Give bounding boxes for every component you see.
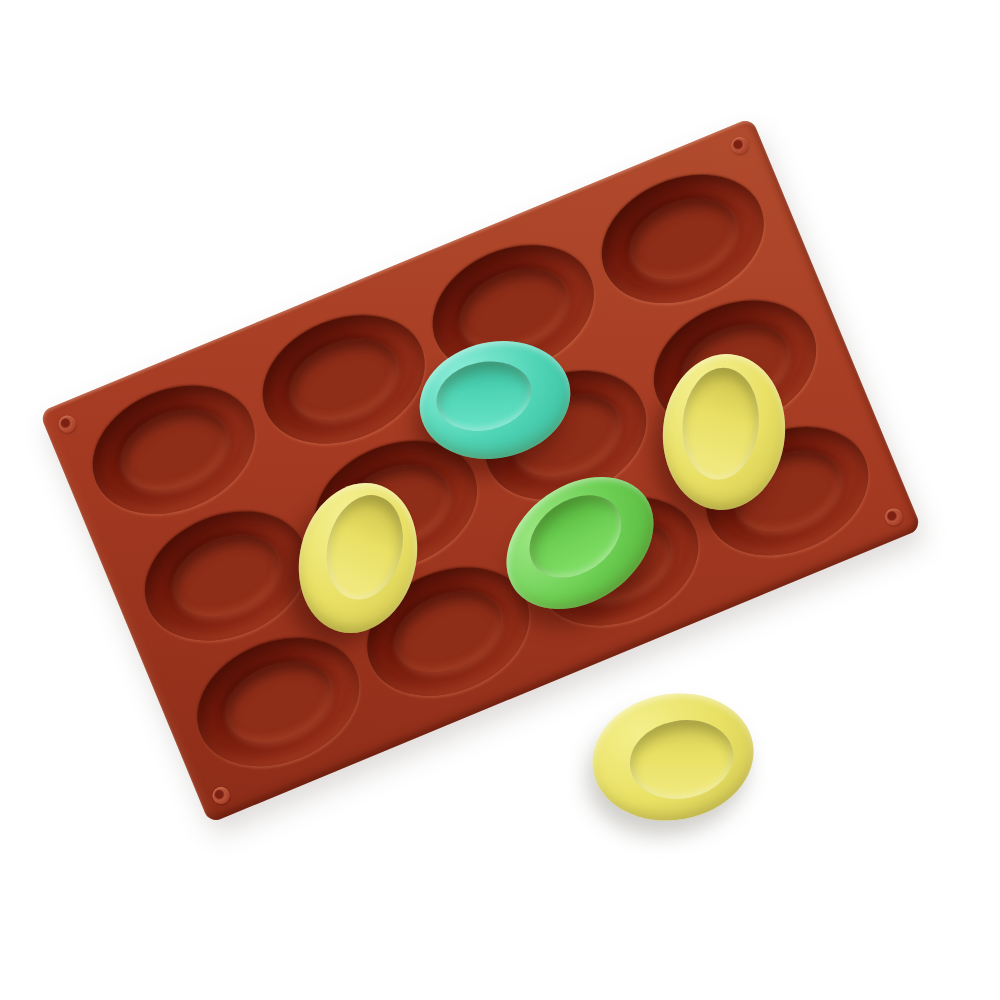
- piece-recess: [430, 353, 538, 439]
- mold-corner-dot-2: [728, 134, 750, 156]
- mold-corner-dot-1: [56, 412, 78, 434]
- mold-corner-dot-3: [210, 784, 232, 806]
- photo-stage: [0, 0, 1000, 1000]
- piece-recess: [678, 365, 763, 483]
- cavity-center-island: [160, 520, 291, 631]
- piece-recess: [624, 712, 740, 807]
- mold-corner-dot-4: [882, 505, 904, 527]
- cast-piece-yellow-oval-bottom: [582, 681, 763, 833]
- cavity-center-island: [278, 324, 409, 435]
- cavity-center-island: [108, 394, 239, 505]
- piece-recess: [316, 487, 413, 608]
- silicone-mold-tray: [39, 117, 922, 823]
- cavity-center-island: [617, 183, 748, 294]
- cavity-center-island: [212, 646, 343, 757]
